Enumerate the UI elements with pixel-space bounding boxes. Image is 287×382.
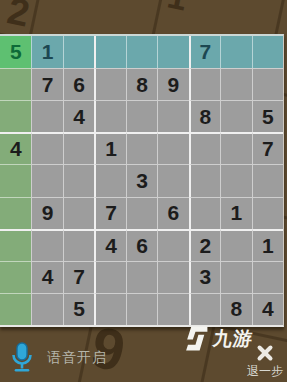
sudoku-cell[interactable]: [63, 36, 94, 68]
cell-digit: 4: [42, 265, 54, 289]
sudoku-cell[interactable]: [220, 68, 251, 100]
sudoku-cell[interactable]: [189, 197, 220, 229]
cell-digit: 4: [105, 234, 117, 258]
sudoku-cell[interactable]: [220, 36, 251, 68]
voice-toggle-button[interactable]: 语音开启: [10, 342, 107, 373]
sudoku-cell[interactable]: 8: [126, 68, 157, 100]
sudoku-cell[interactable]: [220, 132, 251, 164]
sudoku-cell[interactable]: [126, 293, 157, 325]
sudoku-cell[interactable]: 2: [189, 229, 220, 261]
cell-digit: 5: [73, 297, 85, 321]
cell-digit: 5: [262, 105, 274, 129]
sudoku-cell[interactable]: [252, 68, 283, 100]
sudoku-cell[interactable]: [157, 132, 188, 164]
cell-digit: 4: [10, 137, 22, 161]
sudoku-cell[interactable]: [126, 100, 157, 132]
sudoku-cell[interactable]: 7: [189, 36, 220, 68]
sudoku-cell[interactable]: 8: [220, 293, 251, 325]
cell-digit: 7: [262, 137, 274, 161]
cell-digit: 3: [136, 169, 148, 193]
sudoku-cell[interactable]: [189, 68, 220, 100]
sudoku-cell[interactable]: [31, 293, 62, 325]
sudoku-cell[interactable]: [126, 197, 157, 229]
sudoku-app-screen: 2 9 1 5177689485417397614621473584 语音开启 …: [0, 0, 287, 382]
sudoku-cell[interactable]: 7: [63, 261, 94, 293]
cell-digit: 6: [73, 73, 85, 97]
microphone-icon: [10, 342, 34, 373]
sudoku-cell[interactable]: [157, 164, 188, 196]
sudoku-cell[interactable]: [126, 261, 157, 293]
sudoku-cell[interactable]: 1: [252, 229, 283, 261]
sudoku-cell[interactable]: [252, 261, 283, 293]
sudoku-cell[interactable]: [94, 68, 125, 100]
sudoku-cell[interactable]: 6: [126, 229, 157, 261]
sudoku-cell[interactable]: [94, 164, 125, 196]
sudoku-cell[interactable]: 6: [63, 68, 94, 100]
cell-digit: 1: [105, 137, 117, 161]
sudoku-cell[interactable]: [220, 229, 251, 261]
sudoku-cell[interactable]: [157, 36, 188, 68]
cell-digit: 3: [200, 265, 212, 289]
sudoku-cell[interactable]: [0, 164, 31, 196]
cell-digit: 5: [10, 40, 22, 64]
sudoku-cell[interactable]: [0, 293, 31, 325]
undo-label: 退一步: [247, 363, 283, 380]
cell-digit: 1: [230, 201, 242, 225]
sudoku-cell[interactable]: 7: [31, 68, 62, 100]
sudoku-cell[interactable]: [63, 164, 94, 196]
cell-digit: 7: [105, 201, 117, 225]
sudoku-cell[interactable]: 9: [31, 197, 62, 229]
cell-digit: 7: [200, 40, 212, 64]
cell-digit: 1: [262, 234, 274, 258]
voice-toggle-label: 语音开启: [47, 349, 107, 367]
sudoku-cell[interactable]: [157, 229, 188, 261]
sudoku-cell[interactable]: [157, 100, 188, 132]
sudoku-cell[interactable]: [94, 100, 125, 132]
sudoku-cell[interactable]: [252, 36, 283, 68]
sudoku-cell[interactable]: [31, 229, 62, 261]
sudoku-cell[interactable]: [189, 164, 220, 196]
cell-digit: 6: [168, 201, 180, 225]
cell-digit: 1: [42, 40, 54, 64]
sudoku-cell[interactable]: [189, 132, 220, 164]
sudoku-cell[interactable]: [31, 132, 62, 164]
sudoku-cell[interactable]: [0, 229, 31, 261]
sudoku-cell[interactable]: [63, 132, 94, 164]
cell-digit: 7: [42, 73, 54, 97]
sudoku-cell[interactable]: 7: [252, 132, 283, 164]
undo-button[interactable]: 退一步: [243, 344, 287, 380]
sudoku-cell[interactable]: [31, 164, 62, 196]
sudoku-cell[interactable]: [94, 293, 125, 325]
sudoku-cell[interactable]: 4: [94, 229, 125, 261]
sudoku-cell[interactable]: [94, 36, 125, 68]
cell-digit: 9: [42, 201, 54, 225]
close-icon: [256, 344, 274, 362]
cell-digit: 4: [73, 105, 85, 129]
sudoku-cell[interactable]: 6: [157, 197, 188, 229]
sudoku-grid: 5177689485417397614621473584: [0, 34, 284, 327]
sudoku-cell[interactable]: 5: [0, 36, 31, 68]
sudoku-cell[interactable]: [126, 36, 157, 68]
sudoku-cell[interactable]: 1: [220, 197, 251, 229]
jiuyou-logo-icon: [183, 325, 210, 352]
cell-digit: 8: [230, 297, 242, 321]
sudoku-cell[interactable]: [252, 164, 283, 196]
sudoku-cell[interactable]: [0, 261, 31, 293]
sudoku-cell[interactable]: [63, 197, 94, 229]
sudoku-cell[interactable]: 4: [31, 261, 62, 293]
sudoku-cell[interactable]: [157, 261, 188, 293]
sudoku-cell[interactable]: 5: [252, 100, 283, 132]
cell-digit: 6: [136, 234, 148, 258]
sudoku-cell[interactable]: [157, 293, 188, 325]
sudoku-cell[interactable]: [220, 100, 251, 132]
cell-digit: 8: [200, 105, 212, 129]
cell-digit: 2: [200, 234, 212, 258]
sudoku-cell[interactable]: [0, 68, 31, 100]
sudoku-cell[interactable]: 4: [0, 132, 31, 164]
sudoku-cell[interactable]: 4: [252, 293, 283, 325]
sudoku-cell[interactable]: 1: [31, 36, 62, 68]
sudoku-cell[interactable]: 3: [189, 261, 220, 293]
sudoku-cell[interactable]: [220, 164, 251, 196]
cell-digit: 7: [73, 265, 85, 289]
sudoku-cell[interactable]: 9: [157, 68, 188, 100]
sudoku-cell[interactable]: 8: [189, 100, 220, 132]
sudoku-cell[interactable]: [252, 197, 283, 229]
cell-digit: 9: [168, 73, 180, 97]
sudoku-cell[interactable]: 5: [63, 293, 94, 325]
sudoku-cell[interactable]: [0, 100, 31, 132]
sudoku-cell[interactable]: [126, 132, 157, 164]
sudoku-cell[interactable]: [0, 197, 31, 229]
cell-digit: 8: [136, 73, 148, 97]
sudoku-cell[interactable]: [189, 293, 220, 325]
sudoku-cell[interactable]: [220, 261, 251, 293]
sudoku-cell[interactable]: [63, 229, 94, 261]
sudoku-cell[interactable]: 3: [126, 164, 157, 196]
sudoku-cell[interactable]: 4: [63, 100, 94, 132]
sudoku-cell[interactable]: 7: [94, 197, 125, 229]
sudoku-cell[interactable]: [94, 261, 125, 293]
sudoku-cell[interactable]: [31, 100, 62, 132]
sudoku-cell[interactable]: 1: [94, 132, 125, 164]
cell-digit: 4: [262, 297, 274, 321]
